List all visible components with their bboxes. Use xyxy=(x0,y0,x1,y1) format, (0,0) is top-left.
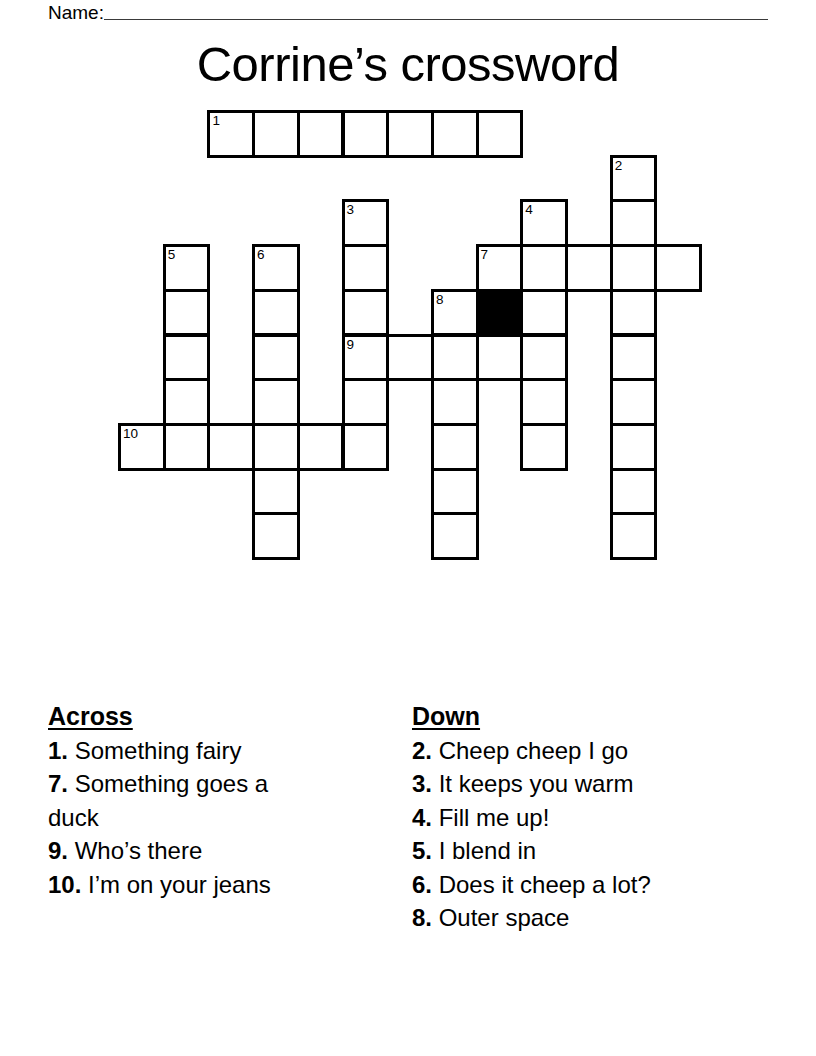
clue-down-3: 3. It keeps you warm xyxy=(412,767,724,801)
clue-number: 1. xyxy=(48,737,68,764)
grid-cell[interactable] xyxy=(252,110,300,158)
clue-text: Something fairy xyxy=(68,737,241,764)
clue-down-8: 8. Outer space xyxy=(412,901,724,935)
grid-cell[interactable]: 10 xyxy=(118,423,166,471)
clue-text: Fill me up! xyxy=(432,804,549,831)
grid-cell[interactable]: 1 xyxy=(207,110,255,158)
clue-text: Does it cheep a lot? xyxy=(432,871,651,898)
grid-cell[interactable]: 8 xyxy=(431,289,479,337)
clue-down-4: 4. Fill me up! xyxy=(412,801,724,835)
grid-cell[interactable] xyxy=(386,110,434,158)
grid-cell[interactable] xyxy=(476,110,524,158)
grid-cell[interactable] xyxy=(654,244,702,292)
clue-text: I blend in xyxy=(432,837,536,864)
name-label: Name: xyxy=(48,2,104,24)
grid-cell[interactable] xyxy=(520,334,568,382)
clue-text: I’m on your jeans xyxy=(81,871,270,898)
cell-number: 10 xyxy=(123,426,138,441)
clue-number: 10. xyxy=(48,871,81,898)
grid-cell[interactable]: 2 xyxy=(610,155,658,203)
grid-cell[interactable]: 9 xyxy=(342,334,390,382)
name-blank-line[interactable] xyxy=(104,19,768,20)
across-clues-section: Across 1. Something fairy7. Something go… xyxy=(48,700,298,901)
grid-cell[interactable] xyxy=(252,512,300,560)
grid-cell[interactable] xyxy=(252,423,300,471)
grid-cell[interactable] xyxy=(431,468,479,516)
grid-cell[interactable] xyxy=(520,378,568,426)
grid-cell[interactable] xyxy=(565,244,613,292)
crossword-grid: 12345678910 xyxy=(118,110,703,561)
clue-text: Cheep cheep I go xyxy=(432,737,628,764)
clue-number: 9. xyxy=(48,837,68,864)
grid-cell[interactable] xyxy=(610,423,658,471)
clue-number: 5. xyxy=(412,837,432,864)
clue-text: It keeps you warm xyxy=(432,770,633,797)
grid-cell[interactable] xyxy=(252,378,300,426)
grid-cell[interactable] xyxy=(252,334,300,382)
grid-cell[interactable] xyxy=(252,468,300,516)
clue-across-9: 9. Who’s there xyxy=(48,834,298,868)
clue-across-10: 10. I’m on your jeans xyxy=(48,868,298,902)
grid-cell[interactable] xyxy=(431,423,479,471)
clue-number: 6. xyxy=(412,871,432,898)
grid-cell[interactable] xyxy=(520,289,568,337)
grid-cell[interactable] xyxy=(610,199,658,247)
cell-number: 7 xyxy=(481,247,489,262)
grid-cell[interactable] xyxy=(520,423,568,471)
cell-number: 1 xyxy=(212,113,220,128)
clue-down-2: 2. Cheep cheep I go xyxy=(412,734,724,768)
grid-cell[interactable] xyxy=(163,378,211,426)
grid-cell[interactable] xyxy=(431,110,479,158)
grid-cell[interactable] xyxy=(342,378,390,426)
cell-number: 6 xyxy=(257,247,265,262)
grid-cell[interactable] xyxy=(476,334,524,382)
cell-number: 4 xyxy=(525,202,533,217)
puzzle-title: Corrine’s crossword xyxy=(0,36,816,92)
grid-cell[interactable] xyxy=(342,110,390,158)
grid-cell[interactable] xyxy=(207,423,255,471)
grid-cell[interactable] xyxy=(342,244,390,292)
clue-number: 4. xyxy=(412,804,432,831)
across-clue-list: 1. Something fairy7. Something goes a du… xyxy=(48,734,298,902)
grid-cell[interactable] xyxy=(163,423,211,471)
grid-cell[interactable] xyxy=(431,512,479,560)
grid-cell[interactable] xyxy=(297,110,345,158)
grid-cell[interactable] xyxy=(520,244,568,292)
grid-cell[interactable] xyxy=(610,512,658,560)
grid-cell[interactable]: 6 xyxy=(252,244,300,292)
clue-down-6: 6. Does it cheep a lot? xyxy=(412,868,724,902)
clue-number: 7. xyxy=(48,770,68,797)
grid-cell[interactable] xyxy=(252,289,300,337)
clue-text: Outer space xyxy=(432,904,569,931)
grid-cell[interactable]: 5 xyxy=(163,244,211,292)
clue-number: 8. xyxy=(412,904,432,931)
grid-cell[interactable] xyxy=(610,289,658,337)
grid-cell[interactable] xyxy=(342,289,390,337)
down-heading: Down xyxy=(412,700,724,734)
grid-cell[interactable] xyxy=(163,334,211,382)
cell-number: 2 xyxy=(615,158,623,173)
clue-across-7: 7. Something goes a duck xyxy=(48,767,298,834)
grid-cell[interactable] xyxy=(386,334,434,382)
grid-cell[interactable] xyxy=(297,423,345,471)
grid-cell[interactable] xyxy=(431,334,479,382)
grid-cell[interactable] xyxy=(342,423,390,471)
cell-number: 8 xyxy=(436,292,444,307)
clue-text: Who’s there xyxy=(68,837,202,864)
grid-cell[interactable] xyxy=(610,244,658,292)
grid-cell[interactable]: 4 xyxy=(520,199,568,247)
grid-cell[interactable]: 3 xyxy=(342,199,390,247)
black-cell xyxy=(476,289,524,337)
clue-down-5: 5. I blend in xyxy=(412,834,724,868)
down-clue-list: 2. Cheep cheep I go3. It keeps you warm4… xyxy=(412,734,724,935)
clue-number: 3. xyxy=(412,770,432,797)
cell-number: 9 xyxy=(347,337,355,352)
clue-text: Something goes a duck xyxy=(48,770,268,831)
grid-cell[interactable] xyxy=(610,468,658,516)
grid-cell[interactable] xyxy=(431,378,479,426)
cell-number: 5 xyxy=(168,247,176,262)
cell-number: 3 xyxy=(347,202,355,217)
down-clues-section: Down 2. Cheep cheep I go3. It keeps you … xyxy=(412,700,724,935)
grid-cell[interactable] xyxy=(610,378,658,426)
across-heading: Across xyxy=(48,700,298,734)
clue-across-1: 1. Something fairy xyxy=(48,734,298,768)
grid-cell[interactable]: 7 xyxy=(476,244,524,292)
clue-number: 2. xyxy=(412,737,432,764)
grid-cell[interactable] xyxy=(610,334,658,382)
grid-cell[interactable] xyxy=(163,289,211,337)
